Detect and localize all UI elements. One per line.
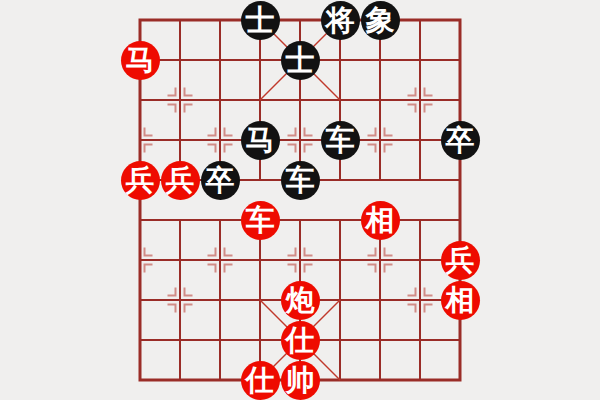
piece-black-soldier[interactable]: 卒 — [441, 121, 480, 160]
piece-black-advisor[interactable]: 士 — [281, 41, 320, 80]
piece-red-soldier[interactable]: 兵 — [161, 161, 200, 200]
piece-red-soldier[interactable]: 兵 — [121, 161, 160, 200]
piece-red-cannon[interactable]: 炮 — [281, 281, 320, 320]
piece-red-general[interactable]: 帅 — [281, 361, 320, 400]
piece-black-horse[interactable]: 马 — [241, 121, 280, 160]
piece-black-advisor[interactable]: 士 — [241, 1, 280, 40]
piece-black-soldier[interactable]: 卒 — [201, 161, 240, 200]
piece-red-horse[interactable]: 马 — [121, 41, 160, 80]
piece-red-soldier[interactable]: 兵 — [441, 241, 480, 280]
piece-red-advisor[interactable]: 仕 — [241, 361, 280, 400]
piece-black-general[interactable]: 将 — [321, 1, 360, 40]
piece-black-elephant[interactable]: 象 — [361, 1, 400, 40]
piece-black-chariot[interactable]: 车 — [321, 121, 360, 160]
xiangqi-board-stage: 士将象马士马车卒兵兵卒车车相兵炮相仕仕帅 — [0, 0, 600, 400]
piece-red-advisor[interactable]: 仕 — [281, 321, 320, 360]
piece-red-elephant[interactable]: 相 — [361, 201, 400, 240]
piece-red-elephant[interactable]: 相 — [441, 281, 480, 320]
piece-red-chariot[interactable]: 车 — [241, 201, 280, 240]
xiangqi-board: 士将象马士马车卒兵兵卒车车相兵炮相仕仕帅 — [120, 0, 480, 400]
piece-black-chariot[interactable]: 车 — [281, 161, 320, 200]
